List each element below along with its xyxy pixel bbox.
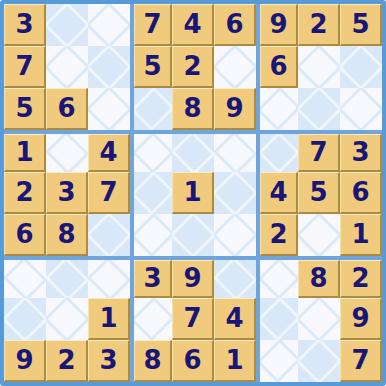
empty-cell-diamond-icon (298, 340, 340, 382)
cell-r7c6[interactable] (214, 256, 256, 298)
given-tile: 2 (172, 46, 214, 88)
cell-r5c3: 7 (88, 172, 130, 214)
given-digit: 2 (309, 11, 327, 37)
given-tile: 3 (134, 260, 172, 298)
given-tile: 2 (260, 214, 298, 256)
given-tile: 6 (46, 88, 88, 130)
empty-cell-diamond-icon (46, 257, 88, 298)
given-digit: 3 (99, 347, 117, 373)
given-tile: 7 (4, 46, 46, 88)
empty-cell-diamond-icon (46, 46, 88, 88)
given-tile: 2 (4, 172, 46, 214)
cell-r8c1[interactable] (4, 298, 46, 340)
cell-r8c9: 9 (340, 298, 382, 340)
cell-r6c1: 6 (4, 214, 46, 256)
given-tile: 9 (214, 88, 256, 130)
given-digit: 6 (225, 11, 243, 37)
given-tile: 8 (172, 88, 214, 130)
given-digit: 3 (143, 265, 161, 291)
empty-cell-diamond-icon (4, 257, 46, 298)
given-tile: 3 (88, 340, 130, 382)
given-tile: 7 (172, 298, 214, 340)
cell-r2c7: 6 (256, 46, 298, 88)
given-digit: 3 (15, 11, 33, 37)
cell-r4c5[interactable] (172, 130, 214, 172)
cell-r8c8[interactable] (298, 298, 340, 340)
cell-r8c2[interactable] (46, 298, 88, 340)
cell-r4c2[interactable] (46, 130, 88, 172)
given-digit: 4 (225, 305, 243, 331)
given-tile: 2 (298, 4, 340, 46)
cell-r9c7[interactable] (256, 340, 298, 382)
cell-r4c4[interactable] (130, 130, 172, 172)
given-digit: 8 (143, 347, 161, 373)
given-tile: 5 (4, 88, 46, 130)
given-digit: 8 (183, 95, 201, 121)
empty-cell-diamond-icon (298, 88, 340, 130)
cell-r4c3: 4 (88, 130, 130, 172)
cell-r4c1: 1 (4, 130, 46, 172)
given-tile: 9 (4, 340, 46, 382)
cell-r7c3[interactable] (88, 256, 130, 298)
empty-cell-diamond-icon (131, 88, 172, 130)
given-tile: 1 (88, 298, 130, 340)
cell-r1c7: 9 (256, 4, 298, 46)
given-digit: 1 (15, 139, 33, 165)
given-tile: 8 (298, 260, 340, 298)
empty-cell-diamond-icon (340, 46, 382, 88)
given-tile: 3 (46, 172, 88, 214)
cell-r9c9: 7 (340, 340, 382, 382)
cell-r1c4: 7 (130, 4, 172, 46)
cell-r4c8: 7 (298, 130, 340, 172)
empty-cell-diamond-icon (172, 214, 214, 256)
empty-cell-diamond-icon (131, 214, 172, 256)
cell-r1c2[interactable] (46, 4, 88, 46)
empty-cell-diamond-icon (172, 131, 214, 172)
cell-r1c3[interactable] (88, 4, 130, 46)
cell-r1c1: 3 (4, 4, 46, 46)
given-digit: 2 (183, 53, 201, 79)
cell-r9c3: 3 (88, 340, 130, 382)
empty-cell-diamond-icon (257, 340, 298, 382)
given-digit: 6 (269, 53, 287, 79)
cell-r6c8[interactable] (298, 214, 340, 256)
given-tile: 5 (340, 4, 382, 46)
empty-cell-diamond-icon (257, 88, 298, 130)
empty-cell-diamond-icon (214, 214, 256, 256)
given-digit: 9 (269, 11, 287, 37)
cell-r2c3[interactable] (88, 46, 130, 88)
given-tile: 6 (172, 340, 214, 382)
cell-r5c9: 6 (340, 172, 382, 214)
given-digit: 6 (183, 347, 201, 373)
given-digit: 7 (15, 53, 33, 79)
cell-r8c5: 7 (172, 298, 214, 340)
cell-r7c1[interactable] (4, 256, 46, 298)
given-digit: 3 (57, 179, 75, 205)
cell-r5c4[interactable] (130, 172, 172, 214)
empty-cell-diamond-icon (88, 257, 130, 298)
cell-r9c4: 8 (130, 340, 172, 382)
given-digit: 1 (99, 305, 117, 331)
given-digit: 8 (309, 265, 327, 291)
cell-r2c6[interactable] (214, 46, 256, 88)
given-digit: 6 (57, 95, 75, 121)
sudoku-board: 3746925752656891473237145668213982174992… (0, 0, 386, 386)
empty-cell-diamond-icon (214, 172, 256, 214)
given-tile: 6 (214, 4, 256, 46)
given-tile: 4 (88, 134, 130, 172)
cell-r3c8[interactable] (298, 88, 340, 130)
given-digit: 7 (351, 347, 369, 373)
cell-r5c8: 5 (298, 172, 340, 214)
given-tile: 4 (260, 172, 298, 214)
given-tile: 9 (172, 260, 214, 298)
empty-cell-diamond-icon (88, 4, 130, 46)
empty-cell-diamond-icon (298, 214, 340, 256)
cell-r5c6[interactable] (214, 172, 256, 214)
cell-r5c7: 4 (256, 172, 298, 214)
given-digit: 1 (183, 179, 201, 205)
given-digit: 4 (99, 139, 117, 165)
empty-cell-diamond-icon (214, 46, 256, 88)
given-digit: 7 (309, 139, 327, 165)
cell-r6c3[interactable] (88, 214, 130, 256)
given-digit: 5 (309, 179, 327, 205)
cell-r5c2: 3 (46, 172, 88, 214)
empty-cell-diamond-icon (88, 46, 130, 88)
cell-r3c6: 9 (214, 88, 256, 130)
cell-r2c1: 7 (4, 46, 46, 88)
given-tile: 7 (340, 340, 382, 382)
cell-r3c5: 8 (172, 88, 214, 130)
given-digit: 5 (351, 11, 369, 37)
given-digit: 4 (269, 179, 287, 205)
given-digit: 9 (15, 347, 33, 373)
cell-r7c4: 3 (130, 256, 172, 298)
empty-cell-diamond-icon (340, 88, 382, 130)
empty-cell-diamond-icon (257, 298, 298, 340)
empty-cell-diamond-icon (88, 88, 130, 130)
cell-r2c5: 2 (172, 46, 214, 88)
empty-cell-diamond-icon (214, 131, 256, 172)
cell-r9c5: 6 (172, 340, 214, 382)
cell-r8c4[interactable] (130, 298, 172, 340)
empty-cell-diamond-icon (88, 214, 130, 256)
cell-r5c5: 1 (172, 172, 214, 214)
cell-r1c5: 4 (172, 4, 214, 46)
given-digit: 2 (351, 265, 369, 291)
cell-r1c6: 6 (214, 4, 256, 46)
cell-r2c4: 5 (130, 46, 172, 88)
empty-cell-diamond-icon (46, 4, 88, 46)
empty-cell-diamond-icon (258, 258, 298, 298)
given-tile: 6 (260, 46, 298, 88)
cell-r8c3: 1 (88, 298, 130, 340)
given-digit: 1 (351, 221, 369, 247)
cell-r3c2: 6 (46, 88, 88, 130)
cell-r3c9[interactable] (340, 88, 382, 130)
given-digit: 8 (57, 221, 75, 247)
given-tile: 2 (340, 260, 382, 298)
cell-r1c9: 5 (340, 4, 382, 46)
given-digit: 4 (183, 11, 201, 37)
empty-cell-diamond-icon (132, 132, 172, 172)
cell-r3c1: 5 (4, 88, 46, 130)
cell-r6c2: 8 (46, 214, 88, 256)
given-digit: 2 (15, 179, 33, 205)
empty-cell-diamond-icon (258, 132, 298, 172)
given-digit: 2 (57, 347, 75, 373)
cell-r7c9: 2 (340, 256, 382, 298)
given-tile: 6 (4, 214, 46, 256)
given-tile: 1 (172, 172, 214, 214)
cell-r2c2[interactable] (46, 46, 88, 88)
cell-r6c5[interactable] (172, 214, 214, 256)
given-digit: 7 (99, 179, 117, 205)
cell-r9c8[interactable] (298, 340, 340, 382)
cell-r6c6[interactable] (214, 214, 256, 256)
given-tile: 1 (214, 340, 256, 382)
given-digit: 5 (143, 53, 161, 79)
given-digit: 6 (351, 179, 369, 205)
given-tile: 5 (134, 46, 172, 88)
cell-r9c1: 9 (4, 340, 46, 382)
given-digit: 1 (225, 347, 243, 373)
given-digit: 7 (183, 305, 201, 331)
cell-r9c6: 1 (214, 340, 256, 382)
cell-r4c9: 3 (340, 130, 382, 172)
given-tile: 7 (134, 4, 172, 46)
given-tile: 1 (4, 134, 46, 172)
cell-r4c7[interactable] (256, 130, 298, 172)
empty-cell-diamond-icon (46, 131, 88, 172)
given-tile: 9 (340, 298, 382, 340)
cell-r6c4[interactable] (130, 214, 172, 256)
cell-r7c7[interactable] (256, 256, 298, 298)
cell-r7c5: 9 (172, 256, 214, 298)
given-digit: 3 (351, 139, 369, 165)
given-tile: 4 (214, 298, 256, 340)
given-tile: 8 (46, 214, 88, 256)
cell-r7c2[interactable] (46, 256, 88, 298)
cell-r1c8: 2 (298, 4, 340, 46)
given-digit: 2 (269, 221, 287, 247)
cell-r2c8[interactable] (298, 46, 340, 88)
empty-cell-diamond-icon (131, 298, 172, 340)
given-tile: 4 (172, 4, 214, 46)
given-tile: 6 (340, 172, 382, 214)
given-tile: 7 (88, 172, 130, 214)
given-tile: 3 (340, 134, 382, 172)
cell-r2c9[interactable] (340, 46, 382, 88)
cell-r3c7[interactable] (256, 88, 298, 130)
given-tile: 9 (260, 4, 298, 46)
empty-cell-diamond-icon (298, 46, 340, 88)
given-digit: 9 (183, 265, 201, 291)
empty-cell-diamond-icon (46, 298, 88, 340)
empty-cell-diamond-icon (131, 172, 172, 214)
cell-r6c7: 2 (256, 214, 298, 256)
cell-r5c1: 2 (4, 172, 46, 214)
cell-r8c6: 4 (214, 298, 256, 340)
cell-r3c4[interactable] (130, 88, 172, 130)
cell-r6c9: 1 (340, 214, 382, 256)
given-digit: 9 (351, 305, 369, 331)
cell-r9c2: 2 (46, 340, 88, 382)
given-tile: 1 (340, 214, 382, 256)
cell-r4c6[interactable] (214, 130, 256, 172)
given-digit: 6 (15, 221, 33, 247)
cell-r7c8: 8 (298, 256, 340, 298)
empty-cell-diamond-icon (4, 298, 46, 340)
given-digit: 9 (225, 95, 243, 121)
given-digit: 7 (143, 11, 161, 37)
given-tile: 8 (134, 340, 172, 382)
cell-r3c3[interactable] (88, 88, 130, 130)
given-tile: 2 (46, 340, 88, 382)
cell-r8c7[interactable] (256, 298, 298, 340)
given-digit: 5 (15, 95, 33, 121)
empty-cell-diamond-icon (298, 298, 340, 340)
empty-cell-diamond-icon (214, 257, 256, 298)
given-tile: 5 (298, 172, 340, 214)
given-tile: 3 (4, 4, 46, 46)
given-tile: 7 (298, 134, 340, 172)
